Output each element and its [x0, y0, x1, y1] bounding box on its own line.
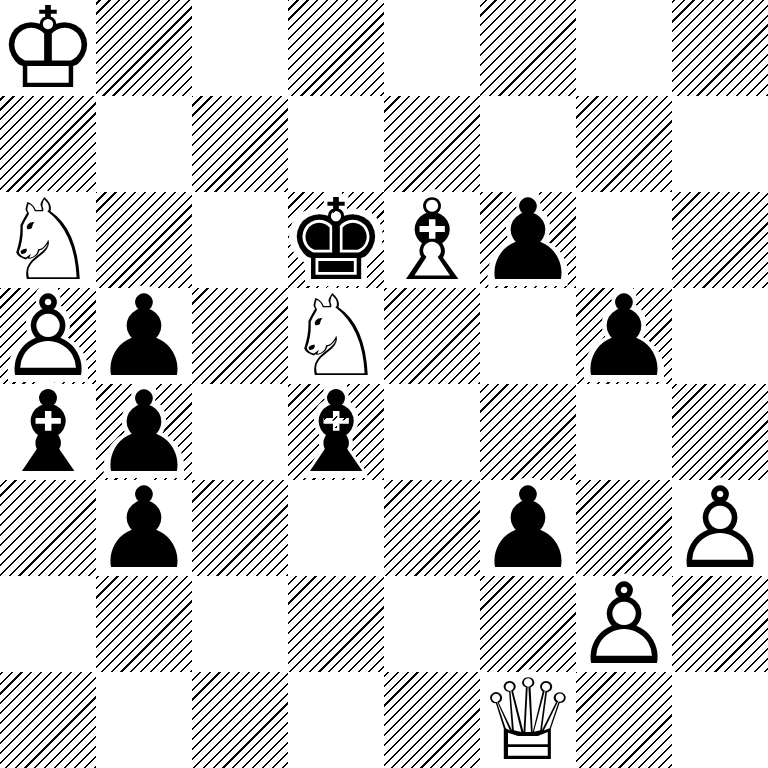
square-c6[interactable] — [192, 192, 288, 288]
square-a1[interactable] — [0, 672, 96, 768]
white-pawn-icon: ♙ — [672, 480, 768, 576]
black-pawn-icon: ♟ — [480, 480, 576, 576]
square-d1[interactable] — [288, 672, 384, 768]
square-f1[interactable]: ♛♕ — [480, 672, 576, 768]
square-e2[interactable] — [384, 576, 480, 672]
piece-white-king[interactable]: ♚♔ — [0, 0, 96, 96]
square-h1[interactable] — [672, 672, 768, 768]
square-h8[interactable] — [672, 0, 768, 96]
piece-white-queen[interactable]: ♛♕ — [480, 672, 576, 768]
square-e4[interactable] — [384, 384, 480, 480]
square-e8[interactable] — [384, 0, 480, 96]
square-c5[interactable] — [192, 288, 288, 384]
square-b1[interactable] — [96, 672, 192, 768]
square-a4[interactable]: ♝♝ — [0, 384, 96, 480]
square-f8[interactable] — [480, 0, 576, 96]
black-bishop-icon: ♝ — [288, 384, 384, 480]
piece-white-pawn[interactable]: ♟♙ — [672, 480, 768, 576]
square-g4[interactable] — [576, 384, 672, 480]
square-h5[interactable] — [672, 288, 768, 384]
square-c3[interactable] — [192, 480, 288, 576]
black-bishop-icon: ♝ — [0, 384, 96, 480]
square-b8[interactable] — [96, 0, 192, 96]
piece-black-pawn[interactable]: ♟♟ — [96, 480, 192, 576]
square-h2[interactable] — [672, 576, 768, 672]
square-a2[interactable] — [0, 576, 96, 672]
square-a3[interactable] — [0, 480, 96, 576]
square-h3[interactable]: ♟♙ — [672, 480, 768, 576]
chess-board: ♚♔♞♘♚♚♝♗♟♟♟♙♟♟♞♘♟♟♝♝♟♟♝♝♟♟♟♟♟♙♟♙♛♕ — [0, 0, 768, 768]
square-f6[interactable]: ♟♟ — [480, 192, 576, 288]
square-d2[interactable] — [288, 576, 384, 672]
square-e5[interactable] — [384, 288, 480, 384]
white-queen-icon: ♕ — [480, 672, 576, 768]
square-e1[interactable] — [384, 672, 480, 768]
square-g8[interactable] — [576, 0, 672, 96]
black-pawn-icon: ♟ — [576, 288, 672, 384]
square-c8[interactable] — [192, 0, 288, 96]
square-g2[interactable]: ♟♙ — [576, 576, 672, 672]
square-g7[interactable] — [576, 96, 672, 192]
square-e6[interactable]: ♝♗ — [384, 192, 480, 288]
square-g5[interactable]: ♟♟ — [576, 288, 672, 384]
square-d8[interactable] — [288, 0, 384, 96]
square-b7[interactable] — [96, 96, 192, 192]
square-e3[interactable] — [384, 480, 480, 576]
square-g1[interactable] — [576, 672, 672, 768]
piece-black-pawn[interactable]: ♟♟ — [576, 288, 672, 384]
white-bishop-icon: ♗ — [384, 192, 480, 288]
square-d3[interactable] — [288, 480, 384, 576]
square-c7[interactable] — [192, 96, 288, 192]
square-h6[interactable] — [672, 192, 768, 288]
square-c4[interactable] — [192, 384, 288, 480]
square-c1[interactable] — [192, 672, 288, 768]
square-b2[interactable] — [96, 576, 192, 672]
white-king-icon: ♔ — [0, 0, 96, 96]
black-pawn-icon: ♟ — [480, 192, 576, 288]
square-b3[interactable]: ♟♟ — [96, 480, 192, 576]
square-f5[interactable] — [480, 288, 576, 384]
piece-black-pawn[interactable]: ♟♟ — [480, 480, 576, 576]
square-f3[interactable]: ♟♟ — [480, 480, 576, 576]
piece-white-bishop[interactable]: ♝♗ — [384, 192, 480, 288]
square-a8[interactable]: ♚♔ — [0, 0, 96, 96]
square-c2[interactable] — [192, 576, 288, 672]
square-h7[interactable] — [672, 96, 768, 192]
piece-white-pawn[interactable]: ♟♙ — [576, 576, 672, 672]
square-d4[interactable]: ♝♝ — [288, 384, 384, 480]
piece-black-bishop[interactable]: ♝♝ — [0, 384, 96, 480]
piece-black-bishop[interactable]: ♝♝ — [288, 384, 384, 480]
piece-black-pawn[interactable]: ♟♟ — [480, 192, 576, 288]
white-pawn-icon: ♙ — [576, 576, 672, 672]
black-pawn-icon: ♟ — [96, 480, 192, 576]
